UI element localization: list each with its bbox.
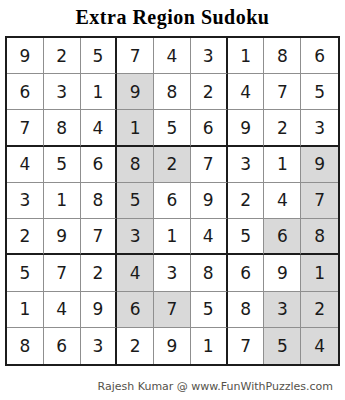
- cell-r1c1[interactable]: 9: [7, 38, 44, 74]
- cell-r5c3[interactable]: 8: [81, 183, 118, 219]
- cell-r5c2[interactable]: 1: [44, 183, 81, 219]
- cell-r3c4[interactable]: 1: [117, 110, 154, 146]
- cell-r9c9[interactable]: 4: [301, 328, 338, 364]
- cell-r7c4[interactable]: 4: [117, 255, 154, 291]
- cell-r4c5[interactable]: 2: [154, 147, 191, 183]
- cell-r2c1[interactable]: 6: [7, 74, 44, 110]
- cell-r3c1[interactable]: 7: [7, 110, 44, 146]
- cell-r2c8[interactable]: 7: [264, 74, 301, 110]
- cell-r2c9[interactable]: 5: [301, 74, 338, 110]
- cell-r8c6[interactable]: 5: [191, 292, 228, 328]
- cell-r5c1[interactable]: 3: [7, 183, 44, 219]
- cell-r3c5[interactable]: 5: [154, 110, 191, 146]
- cell-r3c6[interactable]: 6: [191, 110, 228, 146]
- cell-r2c7[interactable]: 4: [228, 74, 265, 110]
- cell-r6c1[interactable]: 2: [7, 219, 44, 255]
- cell-r2c4[interactable]: 9: [117, 74, 154, 110]
- cell-r1c8[interactable]: 8: [264, 38, 301, 74]
- cell-r9c6[interactable]: 1: [191, 328, 228, 364]
- cell-r3c7[interactable]: 9: [228, 110, 265, 146]
- cell-r1c3[interactable]: 5: [81, 38, 118, 74]
- cell-r7c1[interactable]: 5: [7, 255, 44, 291]
- cell-r6c5[interactable]: 1: [154, 219, 191, 255]
- cell-r8c5[interactable]: 7: [154, 292, 191, 328]
- cell-r4c1[interactable]: 4: [7, 147, 44, 183]
- cell-r2c5[interactable]: 8: [154, 74, 191, 110]
- cell-r7c8[interactable]: 9: [264, 255, 301, 291]
- cell-r8c1[interactable]: 1: [7, 292, 44, 328]
- cell-r9c1[interactable]: 8: [7, 328, 44, 364]
- cell-r4c8[interactable]: 1: [264, 147, 301, 183]
- cell-r7c5[interactable]: 3: [154, 255, 191, 291]
- cell-r9c5[interactable]: 9: [154, 328, 191, 364]
- footer-credit: Rajesh Kumar @ www.FunWithPuzzles.com: [0, 380, 333, 393]
- cell-r9c3[interactable]: 3: [81, 328, 118, 364]
- cell-r2c2[interactable]: 3: [44, 74, 81, 110]
- cell-r6c6[interactable]: 4: [191, 219, 228, 255]
- cell-r3c2[interactable]: 8: [44, 110, 81, 146]
- cell-r8c4[interactable]: 6: [117, 292, 154, 328]
- cell-r1c4[interactable]: 7: [117, 38, 154, 74]
- cell-r5c9[interactable]: 7: [301, 183, 338, 219]
- cell-r4c3[interactable]: 6: [81, 147, 118, 183]
- cell-r6c8[interactable]: 6: [264, 219, 301, 255]
- cell-r1c9[interactable]: 6: [301, 38, 338, 74]
- cell-r6c3[interactable]: 7: [81, 219, 118, 255]
- cell-r6c2[interactable]: 9: [44, 219, 81, 255]
- cell-r1c7[interactable]: 1: [228, 38, 265, 74]
- cell-r4c9[interactable]: 9: [301, 147, 338, 183]
- cell-r9c8[interactable]: 5: [264, 328, 301, 364]
- cell-r4c6[interactable]: 7: [191, 147, 228, 183]
- cell-r6c9[interactable]: 8: [301, 219, 338, 255]
- puzzle-title: Extra Region Sudoku: [0, 6, 345, 29]
- cell-r5c4[interactable]: 5: [117, 183, 154, 219]
- page-root: Extra Region Sudoku 92574318663198247578…: [0, 0, 345, 400]
- cell-r4c2[interactable]: 5: [44, 147, 81, 183]
- cell-r3c3[interactable]: 4: [81, 110, 118, 146]
- cell-r3c8[interactable]: 2: [264, 110, 301, 146]
- cell-r7c2[interactable]: 7: [44, 255, 81, 291]
- cell-r5c6[interactable]: 9: [191, 183, 228, 219]
- cell-r8c8[interactable]: 3: [264, 292, 301, 328]
- cell-r5c7[interactable]: 2: [228, 183, 265, 219]
- cell-r7c9[interactable]: 1: [301, 255, 338, 291]
- cell-r9c4[interactable]: 2: [117, 328, 154, 364]
- cell-r4c4[interactable]: 8: [117, 147, 154, 183]
- cell-r8c3[interactable]: 9: [81, 292, 118, 328]
- sudoku-board: 9257431866319824757841569234568273193185…: [5, 36, 340, 366]
- cell-r6c4[interactable]: 3: [117, 219, 154, 255]
- cell-r8c2[interactable]: 4: [44, 292, 81, 328]
- cell-r6c7[interactable]: 5: [228, 219, 265, 255]
- cell-r4c7[interactable]: 3: [228, 147, 265, 183]
- cell-r8c7[interactable]: 8: [228, 292, 265, 328]
- cell-r2c6[interactable]: 2: [191, 74, 228, 110]
- cell-r1c2[interactable]: 2: [44, 38, 81, 74]
- cell-r1c5[interactable]: 4: [154, 38, 191, 74]
- cell-r3c9[interactable]: 3: [301, 110, 338, 146]
- cell-r7c3[interactable]: 2: [81, 255, 118, 291]
- cell-r1c6[interactable]: 3: [191, 38, 228, 74]
- cell-r7c7[interactable]: 6: [228, 255, 265, 291]
- cell-r7c6[interactable]: 8: [191, 255, 228, 291]
- cell-r8c9[interactable]: 2: [301, 292, 338, 328]
- cell-r9c7[interactable]: 7: [228, 328, 265, 364]
- cell-r5c8[interactable]: 4: [264, 183, 301, 219]
- cell-r5c5[interactable]: 6: [154, 183, 191, 219]
- cell-r9c2[interactable]: 6: [44, 328, 81, 364]
- cell-r2c3[interactable]: 1: [81, 74, 118, 110]
